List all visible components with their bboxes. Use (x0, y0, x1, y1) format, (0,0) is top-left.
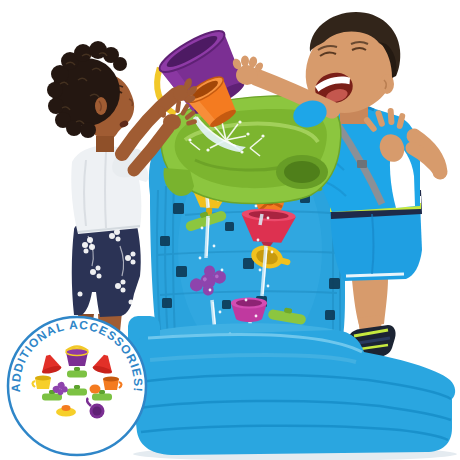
child-left (47, 41, 151, 354)
badge-purple-bucket (66, 347, 88, 367)
toddler-shorts (72, 221, 141, 317)
boy-ear (380, 74, 394, 94)
product-image: STEP 2 (0, 0, 460, 460)
catch-basin (128, 316, 455, 455)
accessories-badge: ADDITIONAL ACCESSORIES! (8, 317, 146, 455)
toddler-head (47, 41, 134, 152)
magenta-bowl (231, 298, 267, 323)
toddler-neck (96, 136, 114, 152)
scene-svg: STEP 2 (0, 0, 460, 460)
badge-orange-scoop (90, 385, 101, 394)
